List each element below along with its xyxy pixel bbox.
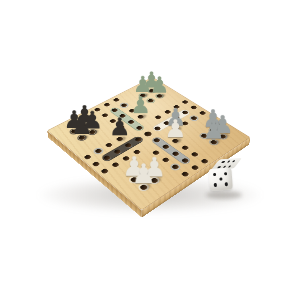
white-pawn-glyph: ♟: [131, 160, 156, 187]
board-hole[interactable]: [190, 151, 199, 157]
die[interactable]: [208, 156, 243, 198]
white-pawn[interactable]: ♟: [135, 160, 153, 187]
green-pawn-glyph: ♟: [130, 93, 151, 117]
green-pawn[interactable]: ♟: [133, 93, 148, 117]
grey-pawn-glyph: ♟: [202, 117, 224, 142]
die-pip: [224, 172, 228, 176]
green-pawn-glyph: ♟: [150, 74, 170, 96]
board-hole[interactable]: [83, 154, 92, 160]
board-hole[interactable]: [100, 168, 109, 174]
center-hole[interactable]: [143, 131, 153, 138]
board-hole[interactable]: [181, 145, 189, 151]
die-pip: [222, 160, 226, 162]
die-pip: [225, 182, 229, 186]
black-pawn-glyph: ♟: [108, 114, 130, 139]
scene: ♟♟♟♟♟♟♟♟♟♟♟♟♟♟♟♟♟: [48, 34, 248, 234]
black-pawn-glyph: ♟: [71, 113, 93, 138]
board-hole[interactable]: [191, 165, 200, 171]
board-hole[interactable]: [154, 115, 162, 120]
white-pawn-glyph: ♟: [165, 116, 187, 141]
black-pawn[interactable]: ♟: [111, 114, 127, 139]
die-pip: [227, 160, 231, 162]
board-hole[interactable]: [92, 161, 101, 167]
board-hole[interactable]: [181, 171, 190, 177]
die-front-face: [208, 168, 232, 192]
green-pawn[interactable]: ♟: [152, 74, 167, 96]
product-photo-stage: ♟♟♟♟♟♟♟♟♟♟♟♟♟♟♟♟♟: [0, 0, 300, 300]
die-pip: [214, 183, 218, 187]
die-pip: [219, 177, 223, 181]
die-pip: [232, 160, 236, 162]
grey-pawn[interactable]: ♟: [205, 117, 221, 142]
board-hole[interactable]: [190, 105, 198, 110]
board-hole[interactable]: [105, 142, 113, 147]
board-hole[interactable]: [111, 162, 120, 168]
board-hole[interactable]: [113, 98, 121, 102]
white-pawn[interactable]: ♟: [168, 116, 184, 141]
black-pawn[interactable]: ♟: [74, 113, 90, 138]
board-hole[interactable]: [103, 102, 111, 107]
die-pip: [213, 173, 217, 177]
